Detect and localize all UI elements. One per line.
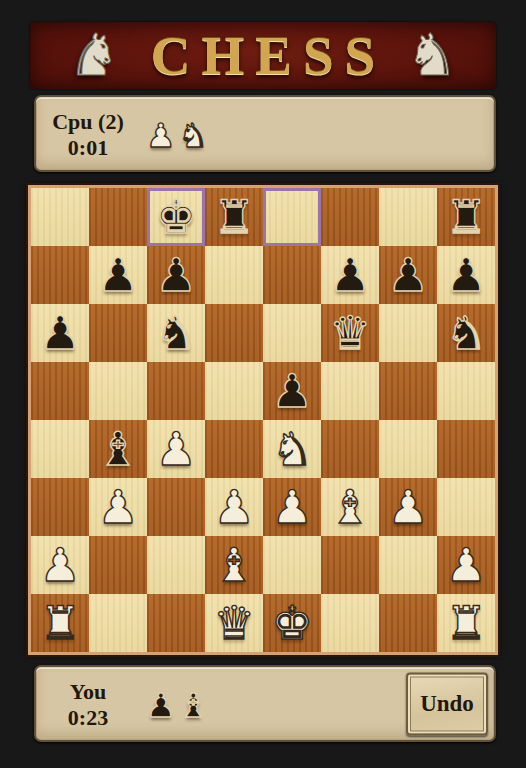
black-knight: ♞	[155, 306, 196, 360]
white-pawn: ♟	[39, 538, 80, 592]
white-pawn: ♟	[387, 480, 428, 534]
square-h7[interactable]: ♟	[437, 246, 495, 304]
knight-statue-left-icon: ♞	[68, 26, 120, 84]
square-f5[interactable]	[321, 362, 379, 420]
square-d7[interactable]	[205, 246, 263, 304]
square-e7[interactable]	[263, 246, 321, 304]
square-a1[interactable]: ♜	[31, 594, 89, 652]
opponent-name: Cpu (2)	[52, 109, 124, 135]
white-knight: ♞	[271, 422, 312, 476]
square-c4[interactable]: ♟	[147, 420, 205, 478]
square-f1[interactable]	[321, 594, 379, 652]
square-e2[interactable]	[263, 536, 321, 594]
white-bishop: ♝	[329, 480, 370, 534]
white-pawn: ♟	[445, 538, 486, 592]
square-d1[interactable]: ♛	[205, 594, 263, 652]
black-pawn: ♟	[155, 248, 196, 302]
square-f6[interactable]: ♛	[321, 304, 379, 362]
black-pawn: ♟	[97, 248, 138, 302]
white-pawn: ♟	[271, 480, 312, 534]
black-pawn: ♟	[39, 306, 80, 360]
square-c5[interactable]	[147, 362, 205, 420]
square-a5[interactable]	[31, 362, 89, 420]
chess-app-screen: ♞ CHESS ♞ Cpu (2) 0:01 ♟♞ ♚♜♜♟♟♟♟♟♟♞♛♞♟♝…	[0, 0, 526, 768]
player-name: You	[70, 679, 107, 705]
square-e1[interactable]: ♚	[263, 594, 321, 652]
knight-statue-right-icon: ♞	[406, 26, 458, 84]
square-b5[interactable]	[89, 362, 147, 420]
square-g3[interactable]: ♟	[379, 478, 437, 536]
opponent-bar: Cpu (2) 0:01 ♟♞	[34, 95, 496, 172]
square-d3[interactable]: ♟	[205, 478, 263, 536]
captured-black-bishop-icon: ♝	[179, 685, 209, 727]
square-c2[interactable]	[147, 536, 205, 594]
square-h8[interactable]: ♜	[437, 188, 495, 246]
square-h6[interactable]: ♞	[437, 304, 495, 362]
square-f3[interactable]: ♝	[321, 478, 379, 536]
black-bishop: ♝	[97, 422, 138, 476]
square-h2[interactable]: ♟	[437, 536, 495, 594]
black-rook: ♜	[213, 190, 254, 244]
black-king: ♚	[155, 190, 196, 244]
white-pawn: ♟	[97, 480, 138, 534]
chess-board: ♚♜♜♟♟♟♟♟♟♞♛♞♟♝♟♞♟♟♟♝♟♟♝♟♜♛♚♜	[28, 185, 498, 655]
undo-button[interactable]: Undo	[406, 672, 488, 735]
white-pawn: ♟	[213, 480, 254, 534]
square-d2[interactable]: ♝	[205, 536, 263, 594]
square-c3[interactable]	[147, 478, 205, 536]
captured-white-pawn-icon: ♟	[146, 115, 176, 157]
square-d6[interactable]	[205, 304, 263, 362]
square-f7[interactable]: ♟	[321, 246, 379, 304]
square-e5[interactable]: ♟	[263, 362, 321, 420]
black-rook: ♜	[445, 190, 486, 244]
opponent-info: Cpu (2) 0:01	[36, 107, 140, 161]
undo-button-label: Undo	[420, 691, 474, 717]
square-c7[interactable]: ♟	[147, 246, 205, 304]
player-captured-tray: ♟♝	[146, 681, 208, 727]
square-g5[interactable]	[379, 362, 437, 420]
captured-white-knight-icon: ♞	[179, 115, 209, 157]
white-pawn: ♟	[155, 422, 196, 476]
square-g1[interactable]	[379, 594, 437, 652]
square-e3[interactable]: ♟	[263, 478, 321, 536]
square-b3[interactable]: ♟	[89, 478, 147, 536]
app-title: CHESS	[140, 26, 386, 86]
black-pawn: ♟	[445, 248, 486, 302]
square-c1[interactable]	[147, 594, 205, 652]
square-e6[interactable]	[263, 304, 321, 362]
square-h3[interactable]	[437, 478, 495, 536]
player-bar: You 0:23 ♟♝ Undo	[34, 665, 496, 742]
captured-black-pawn-icon: ♟	[146, 685, 176, 727]
square-h1[interactable]: ♜	[437, 594, 495, 652]
white-king: ♚	[271, 596, 312, 650]
black-queen: ♛	[329, 306, 370, 360]
square-b1[interactable]	[89, 594, 147, 652]
square-g6[interactable]	[379, 304, 437, 362]
square-b6[interactable]	[89, 304, 147, 362]
opponent-captured-tray: ♟♞	[146, 111, 208, 157]
black-pawn: ♟	[271, 364, 312, 418]
opponent-clock: 0:01	[68, 135, 108, 161]
white-rook: ♜	[39, 596, 80, 650]
square-b4[interactable]: ♝	[89, 420, 147, 478]
square-f2[interactable]	[321, 536, 379, 594]
square-g2[interactable]	[379, 536, 437, 594]
square-a4[interactable]	[31, 420, 89, 478]
square-g7[interactable]: ♟	[379, 246, 437, 304]
white-queen: ♛	[213, 596, 254, 650]
square-a8[interactable]	[31, 188, 89, 246]
square-g4[interactable]	[379, 420, 437, 478]
square-h4[interactable]	[437, 420, 495, 478]
square-f8[interactable]	[321, 188, 379, 246]
square-a2[interactable]: ♟	[31, 536, 89, 594]
black-pawn: ♟	[387, 248, 428, 302]
square-a7[interactable]	[31, 246, 89, 304]
square-h5[interactable]	[437, 362, 495, 420]
square-c6[interactable]: ♞	[147, 304, 205, 362]
title-banner: ♞ CHESS ♞	[30, 22, 496, 89]
white-rook: ♜	[445, 596, 486, 650]
player-clock: 0:23	[68, 705, 108, 731]
square-f4[interactable]	[321, 420, 379, 478]
player-info: You 0:23	[36, 677, 140, 731]
square-g8[interactable]	[379, 188, 437, 246]
square-b7[interactable]: ♟	[89, 246, 147, 304]
square-e8[interactable]	[263, 188, 321, 246]
black-pawn: ♟	[329, 248, 370, 302]
square-a6[interactable]: ♟	[31, 304, 89, 362]
square-d8[interactable]: ♜	[205, 188, 263, 246]
square-d4[interactable]	[205, 420, 263, 478]
square-d5[interactable]	[205, 362, 263, 420]
square-c8[interactable]: ♚	[147, 188, 205, 246]
square-b2[interactable]	[89, 536, 147, 594]
black-knight: ♞	[445, 306, 486, 360]
white-bishop: ♝	[213, 538, 254, 592]
square-b8[interactable]	[89, 188, 147, 246]
square-a3[interactable]	[31, 478, 89, 536]
square-e4[interactable]: ♞	[263, 420, 321, 478]
